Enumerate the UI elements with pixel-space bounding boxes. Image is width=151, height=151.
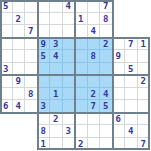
cell-r2c7[interactable]: 4	[88, 25, 101, 38]
cell-r1c0[interactable]	[0, 13, 13, 26]
cell-r7c11[interactable]	[138, 88, 151, 101]
cell-r8c6[interactable]	[75, 100, 88, 113]
cell-r2c10	[125, 25, 138, 38]
cell-r10c6[interactable]	[75, 125, 88, 138]
cell-r9c7[interactable]	[88, 113, 101, 126]
cell-r0c5[interactable]: 4	[63, 0, 76, 13]
cell-r0c3[interactable]	[38, 0, 51, 13]
cell-r4c9[interactable]: 9	[113, 50, 126, 63]
cell-r6c1[interactable]: 9	[13, 75, 26, 88]
cell-r5c5[interactable]	[63, 63, 76, 76]
cell-r8c5[interactable]	[63, 100, 76, 113]
cell-r3c4[interactable]: 3	[50, 38, 63, 51]
cell-r3c8[interactable]: 2	[100, 38, 113, 51]
cell-r8c7[interactable]: 7	[88, 100, 101, 113]
cell-r8c0[interactable]: 6	[0, 100, 13, 113]
cell-r3c7[interactable]	[88, 38, 101, 51]
cell-r6c9[interactable]	[113, 75, 126, 88]
cell-r8c9[interactable]	[113, 100, 126, 113]
cell-r7c3[interactable]	[38, 88, 51, 101]
cell-r0c4[interactable]	[50, 0, 63, 13]
cell-r7c6[interactable]	[75, 88, 88, 101]
cell-r0c0[interactable]: 5	[0, 0, 13, 13]
cell-r8c4[interactable]	[50, 100, 63, 113]
cell-r9c2	[25, 113, 38, 126]
cell-r5c3[interactable]	[38, 63, 51, 76]
cell-r6c11[interactable]: 2	[138, 75, 151, 88]
cell-r3c11[interactable]: 1	[138, 38, 151, 51]
cell-r1c6[interactable]: 1	[75, 13, 88, 26]
cell-r3c0[interactable]	[0, 38, 13, 51]
cell-r10c3[interactable]: 8	[38, 125, 51, 138]
cell-r9c5[interactable]	[63, 113, 76, 126]
cell-r1c8[interactable]: 8	[100, 13, 113, 26]
cell-r11c0	[0, 138, 13, 151]
cell-r0c7[interactable]	[88, 0, 101, 13]
cell-r4c11[interactable]	[138, 50, 151, 63]
cell-r4c8[interactable]	[100, 50, 113, 63]
cell-r7c2[interactable]: 8	[25, 88, 38, 101]
cell-r0c6[interactable]	[75, 0, 88, 13]
cell-r4c3[interactable]: 5	[38, 50, 51, 63]
cell-r4c7[interactable]: 8	[88, 50, 101, 63]
cell-r7c1[interactable]	[13, 88, 26, 101]
cell-r1c2[interactable]	[25, 13, 38, 26]
cell-r2c0[interactable]	[0, 25, 13, 38]
cell-r7c9[interactable]	[113, 88, 126, 101]
cell-r2c3[interactable]	[38, 25, 51, 38]
cell-r7c0[interactable]	[0, 88, 13, 101]
cell-r6c5[interactable]	[63, 75, 76, 88]
cell-r9c9[interactable]: 6	[113, 113, 126, 126]
cell-r0c9	[113, 0, 126, 13]
cell-r10c5[interactable]: 3	[63, 125, 76, 138]
cell-r10c4[interactable]	[50, 125, 63, 138]
cell-r10c11[interactable]	[138, 125, 151, 138]
cell-r0c8[interactable]: 7	[100, 0, 113, 13]
cell-r1c5[interactable]	[63, 13, 76, 26]
cell-r1c11	[138, 13, 151, 26]
cell-r11c3[interactable]: 1	[38, 138, 51, 151]
cell-r0c11	[138, 0, 151, 13]
cell-r6c4[interactable]	[50, 75, 63, 88]
cell-r10c9[interactable]	[113, 125, 126, 138]
cell-r2c9	[113, 25, 126, 38]
cell-r4c2[interactable]	[25, 50, 38, 63]
cell-r11c11[interactable]: 7	[138, 138, 151, 151]
cell-r10c0	[0, 125, 13, 138]
cell-r9c3[interactable]	[38, 113, 51, 126]
cell-r2c11	[138, 25, 151, 38]
cell-r6c0[interactable]	[0, 75, 13, 88]
cell-r9c11[interactable]	[138, 113, 151, 126]
cell-r2c2[interactable]: 7	[25, 25, 38, 38]
cell-r11c5[interactable]	[63, 138, 76, 151]
cell-r1c3[interactable]	[38, 13, 51, 26]
cell-r0c2[interactable]	[25, 0, 38, 13]
cell-r8c1[interactable]: 4	[13, 100, 26, 113]
cell-r11c7[interactable]	[88, 138, 101, 151]
cell-r2c4[interactable]	[50, 25, 63, 38]
cell-r3c10[interactable]: 7	[125, 38, 138, 51]
cell-r3c5[interactable]	[63, 38, 76, 51]
cell-r5c10[interactable]: 5	[125, 63, 138, 76]
cell-r7c8[interactable]: 4	[100, 88, 113, 101]
cell-r1c9	[113, 13, 126, 26]
cell-r4c6[interactable]	[75, 50, 88, 63]
cell-r11c2	[25, 138, 38, 151]
cell-r5c2[interactable]	[25, 63, 38, 76]
cell-r1c1[interactable]: 2	[13, 13, 26, 26]
cell-r4c1[interactable]	[13, 50, 26, 63]
cell-r2c1[interactable]	[13, 25, 26, 38]
cell-r0c10	[125, 0, 138, 13]
cell-r5c9[interactable]	[113, 63, 126, 76]
cell-r10c1	[13, 125, 26, 138]
cell-r5c7[interactable]	[88, 63, 101, 76]
cell-r8c8[interactable]: 5	[100, 100, 113, 113]
cell-r11c6[interactable]: 2	[75, 138, 88, 151]
cell-r11c9[interactable]	[113, 138, 126, 151]
cell-r9c10[interactable]	[125, 113, 138, 126]
cell-r6c7[interactable]	[88, 75, 101, 88]
sudoku-board-wrap: 54721874932715489359281246437526834127	[0, 0, 150, 150]
cell-r11c10[interactable]	[125, 138, 138, 151]
sudoku-board: 54721874932715489359281246437526834127	[0, 0, 150, 150]
cell-r5c1[interactable]	[13, 63, 26, 76]
cell-r10c10[interactable]: 4	[125, 125, 138, 138]
cell-r4c5[interactable]	[63, 50, 76, 63]
cell-r4c4[interactable]: 4	[50, 50, 63, 63]
cell-r0c1[interactable]	[13, 0, 26, 13]
cell-r8c10[interactable]	[125, 100, 138, 113]
cell-r5c4[interactable]	[50, 63, 63, 76]
cell-r7c5[interactable]	[63, 88, 76, 101]
cell-r1c4[interactable]	[50, 13, 63, 26]
cell-r11c8[interactable]	[100, 138, 113, 151]
cell-r9c6[interactable]	[75, 113, 88, 126]
cell-r10c8[interactable]	[100, 125, 113, 138]
cell-r1c7[interactable]	[88, 13, 101, 26]
cell-r6c10[interactable]	[125, 75, 138, 88]
cell-r7c10[interactable]	[125, 88, 138, 101]
cell-r2c5[interactable]	[63, 25, 76, 38]
cell-r6c2[interactable]	[25, 75, 38, 88]
cell-r7c7[interactable]: 2	[88, 88, 101, 101]
cell-r3c6[interactable]	[75, 38, 88, 51]
cell-r2c8[interactable]	[100, 25, 113, 38]
cell-r7c4[interactable]: 1	[50, 88, 63, 101]
cell-r8c11[interactable]	[138, 100, 151, 113]
cell-r6c8[interactable]	[100, 75, 113, 88]
cell-r8c3[interactable]: 3	[38, 100, 51, 113]
cell-r3c1[interactable]	[13, 38, 26, 51]
cell-r11c1	[13, 138, 26, 151]
cell-r11c4[interactable]	[50, 138, 63, 151]
cell-r5c6[interactable]	[75, 63, 88, 76]
cell-r4c10[interactable]	[125, 50, 138, 63]
cell-r4c0[interactable]	[0, 50, 13, 63]
cell-r9c8[interactable]	[100, 113, 113, 126]
cell-r5c0[interactable]: 3	[0, 63, 13, 76]
cell-r6c3[interactable]	[38, 75, 51, 88]
cell-r5c8[interactable]	[100, 63, 113, 76]
cell-r3c2[interactable]	[25, 38, 38, 51]
cell-r9c0	[0, 113, 13, 126]
cell-r5c11[interactable]	[138, 63, 151, 76]
cell-r8c2[interactable]	[25, 100, 38, 113]
cell-r9c4[interactable]: 2	[50, 113, 63, 126]
cell-r2c6[interactable]	[75, 25, 88, 38]
cell-r6c6[interactable]	[75, 75, 88, 88]
cell-r10c2	[25, 125, 38, 138]
cell-r9c1	[13, 113, 26, 126]
cell-r3c9[interactable]	[113, 38, 126, 51]
cell-r1c10	[125, 13, 138, 26]
cell-r3c3[interactable]: 9	[38, 38, 51, 51]
cell-r10c7[interactable]	[88, 125, 101, 138]
